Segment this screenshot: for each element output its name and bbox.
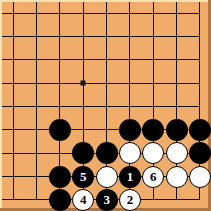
black-stone bbox=[142, 119, 164, 141]
intersection bbox=[25, 118, 48, 141]
intersection bbox=[188, 95, 211, 118]
intersection bbox=[165, 25, 188, 48]
intersection bbox=[188, 72, 211, 95]
grid-line-v bbox=[83, 95, 84, 118]
intersection bbox=[72, 142, 95, 165]
intersection bbox=[95, 25, 118, 48]
intersection bbox=[48, 142, 71, 165]
intersection bbox=[25, 25, 48, 48]
intersection bbox=[165, 2, 188, 25]
intersection bbox=[165, 165, 188, 188]
grid-line-v bbox=[36, 25, 37, 48]
intersection bbox=[48, 165, 71, 188]
intersection bbox=[118, 48, 141, 71]
intersection bbox=[118, 118, 141, 141]
grid-line-v bbox=[176, 95, 177, 118]
intersection: 4 bbox=[72, 188, 95, 211]
grid-line-v bbox=[176, 188, 177, 200]
intersection bbox=[72, 48, 95, 71]
intersection bbox=[142, 25, 165, 48]
grid-line-v bbox=[36, 165, 37, 188]
grid-line-v bbox=[199, 72, 200, 95]
intersection bbox=[25, 165, 48, 188]
intersection bbox=[2, 142, 25, 165]
grid-line-v bbox=[199, 2, 200, 25]
white-stone bbox=[166, 142, 188, 164]
grid-line-v bbox=[129, 72, 130, 95]
intersection bbox=[95, 142, 118, 165]
intersection bbox=[95, 48, 118, 71]
intersection bbox=[188, 142, 211, 165]
intersection bbox=[25, 95, 48, 118]
grid-line-v bbox=[59, 25, 60, 48]
grid-line-v bbox=[106, 72, 107, 95]
grid-line-v bbox=[36, 48, 37, 71]
white-stone bbox=[96, 166, 118, 188]
grid-line-v bbox=[59, 142, 60, 165]
intersection bbox=[165, 72, 188, 95]
intersection bbox=[2, 188, 25, 211]
intersection bbox=[165, 188, 188, 211]
intersection bbox=[118, 2, 141, 25]
intersection bbox=[188, 48, 211, 71]
grid-line-v bbox=[83, 25, 84, 48]
intersection bbox=[142, 118, 165, 141]
intersection bbox=[72, 118, 95, 141]
grid-line-v bbox=[36, 118, 37, 141]
intersection bbox=[72, 72, 95, 95]
intersection bbox=[2, 48, 25, 71]
intersection bbox=[2, 95, 25, 118]
intersection: 1 bbox=[118, 165, 141, 188]
black-stone bbox=[119, 119, 141, 141]
move-number: 1 bbox=[127, 170, 134, 183]
intersection bbox=[2, 72, 25, 95]
intersection bbox=[142, 188, 165, 211]
intersection bbox=[2, 25, 25, 48]
grid-line-v bbox=[129, 95, 130, 118]
grid-line-v bbox=[129, 2, 130, 25]
grid-line-v bbox=[153, 25, 154, 48]
grid-line-v bbox=[13, 48, 14, 71]
grid-line-v bbox=[106, 25, 107, 48]
black-stone bbox=[96, 142, 118, 164]
grid-line-v bbox=[199, 48, 200, 71]
grid-line-v bbox=[59, 2, 60, 25]
grid-line-v bbox=[153, 188, 154, 200]
move-number: 4 bbox=[80, 193, 87, 206]
grid-line-h bbox=[188, 83, 200, 84]
grid-line-v bbox=[153, 95, 154, 118]
white-stone bbox=[166, 166, 188, 188]
grid-line-v bbox=[13, 2, 14, 25]
white-stone bbox=[119, 142, 141, 164]
grid-line-h bbox=[188, 199, 200, 200]
goban-grid: 516432 bbox=[2, 2, 211, 211]
grid-line-v bbox=[83, 118, 84, 141]
intersection bbox=[142, 142, 165, 165]
move-number: 3 bbox=[103, 193, 110, 206]
intersection bbox=[188, 2, 211, 25]
black-stone bbox=[166, 119, 188, 141]
black-stone bbox=[49, 189, 71, 211]
intersection bbox=[118, 142, 141, 165]
grid-line-v bbox=[13, 95, 14, 118]
grid-line-v bbox=[176, 72, 177, 95]
grid-line-v bbox=[176, 2, 177, 25]
grid-line-v bbox=[106, 95, 107, 118]
grid-line-v bbox=[199, 188, 200, 200]
black-stone bbox=[49, 166, 71, 188]
intersection bbox=[48, 25, 71, 48]
intersection bbox=[48, 95, 71, 118]
white-stone: 2 bbox=[119, 189, 141, 211]
intersection bbox=[72, 95, 95, 118]
black-stone bbox=[49, 119, 71, 141]
grid-line-v bbox=[199, 25, 200, 48]
grid-line-v bbox=[59, 95, 60, 118]
intersection bbox=[48, 188, 71, 211]
intersection bbox=[188, 165, 211, 188]
intersection bbox=[142, 2, 165, 25]
intersection bbox=[188, 25, 211, 48]
star-point bbox=[81, 81, 86, 86]
black-stone: 3 bbox=[96, 189, 118, 211]
intersection bbox=[25, 142, 48, 165]
grid-line-v bbox=[153, 2, 154, 25]
grid-line-v bbox=[36, 72, 37, 95]
intersection bbox=[2, 118, 25, 141]
grid-line-v bbox=[36, 95, 37, 118]
move-number: 5 bbox=[80, 170, 87, 183]
black-stone bbox=[189, 142, 211, 164]
intersection bbox=[48, 118, 71, 141]
grid-line-v bbox=[83, 48, 84, 71]
grid-line-v bbox=[13, 142, 14, 165]
intersection: 5 bbox=[72, 165, 95, 188]
move-number: 6 bbox=[150, 170, 157, 183]
move-number: 2 bbox=[127, 193, 134, 206]
intersection bbox=[48, 2, 71, 25]
intersection bbox=[25, 48, 48, 71]
intersection bbox=[142, 72, 165, 95]
black-stone bbox=[72, 142, 94, 164]
grid-line-v bbox=[199, 95, 200, 118]
grid-line-v bbox=[129, 25, 130, 48]
grid-line-v bbox=[176, 48, 177, 71]
intersection bbox=[165, 118, 188, 141]
grid-line-v bbox=[13, 188, 14, 200]
grid-line-v bbox=[36, 188, 37, 200]
intersection bbox=[165, 95, 188, 118]
black-stone: 5 bbox=[72, 166, 94, 188]
intersection bbox=[25, 72, 48, 95]
grid-line-v bbox=[106, 48, 107, 71]
go-diagram: 516432 bbox=[0, 0, 211, 211]
grid-line-v bbox=[153, 72, 154, 95]
black-stone: 1 bbox=[119, 166, 141, 188]
grid-line-v bbox=[106, 118, 107, 141]
white-stone: 6 bbox=[142, 166, 164, 188]
intersection bbox=[142, 48, 165, 71]
intersection bbox=[142, 95, 165, 118]
intersection bbox=[188, 188, 211, 211]
grid-line-v bbox=[129, 48, 130, 71]
intersection bbox=[165, 142, 188, 165]
grid-line-h bbox=[188, 59, 200, 60]
intersection: 3 bbox=[95, 188, 118, 211]
grid-line-v bbox=[106, 2, 107, 25]
intersection bbox=[2, 165, 25, 188]
white-stone: 4 bbox=[72, 189, 94, 211]
intersection bbox=[2, 2, 25, 25]
white-stone bbox=[189, 166, 211, 188]
intersection bbox=[118, 95, 141, 118]
grid-line-v bbox=[176, 25, 177, 48]
grid-line-v bbox=[36, 2, 37, 25]
grid-line-h bbox=[188, 36, 200, 37]
intersection bbox=[165, 48, 188, 71]
grid-line-v bbox=[36, 142, 37, 165]
grid-line-v bbox=[153, 48, 154, 71]
intersection bbox=[95, 165, 118, 188]
intersection bbox=[95, 2, 118, 25]
intersection bbox=[118, 72, 141, 95]
grid-line-v bbox=[59, 72, 60, 95]
intersection bbox=[95, 95, 118, 118]
intersection bbox=[72, 25, 95, 48]
intersection bbox=[48, 48, 71, 71]
intersection bbox=[48, 72, 71, 95]
grid-line-v bbox=[83, 2, 84, 25]
black-stone bbox=[189, 119, 211, 141]
intersection: 2 bbox=[118, 188, 141, 211]
grid-line-v bbox=[13, 165, 14, 188]
intersection bbox=[25, 2, 48, 25]
intersection bbox=[118, 25, 141, 48]
intersection bbox=[25, 188, 48, 211]
grid-line-v bbox=[13, 118, 14, 141]
grid-line-h bbox=[188, 13, 200, 14]
grid-line-v bbox=[13, 72, 14, 95]
grid-line-v bbox=[13, 25, 14, 48]
grid-line-h bbox=[188, 106, 200, 107]
intersection bbox=[72, 2, 95, 25]
intersection: 6 bbox=[142, 165, 165, 188]
grid-line-v bbox=[59, 48, 60, 71]
white-stone bbox=[142, 142, 164, 164]
intersection bbox=[95, 72, 118, 95]
intersection bbox=[188, 118, 211, 141]
intersection bbox=[95, 118, 118, 141]
